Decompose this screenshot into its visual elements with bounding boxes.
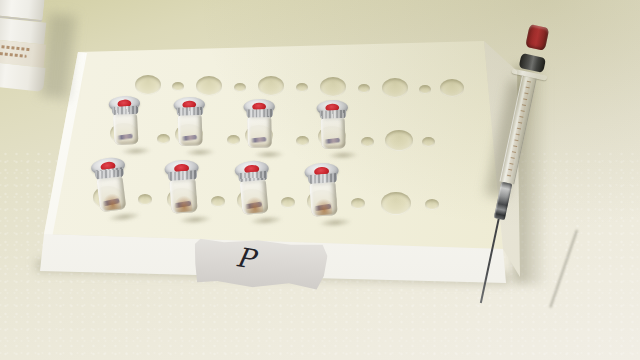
lab-bench-photo: P — [0, 0, 640, 360]
lighting-vignette — [0, 0, 640, 360]
